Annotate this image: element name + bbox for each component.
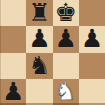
square-r3c1[interactable] — [26, 79, 52, 105]
square-r2c2[interactable] — [53, 53, 79, 79]
square-r2c1[interactable]: ♞ — [26, 53, 52, 79]
square-r1c0[interactable] — [0, 26, 26, 52]
square-r0c0[interactable] — [0, 0, 26, 26]
square-r1c3[interactable]: ♟ — [79, 26, 105, 52]
square-r2c3[interactable] — [79, 53, 105, 79]
square-r1c1[interactable]: ♟ — [26, 26, 52, 52]
square-r3c3[interactable] — [79, 79, 105, 105]
square-r3c2[interactable]: ♞♘ — [53, 79, 79, 105]
white-knight[interactable]: ♞♘ — [53, 79, 79, 105]
square-r1c2[interactable]: ♟ — [53, 26, 79, 52]
square-r2c0[interactable] — [0, 53, 26, 79]
black-knight[interactable]: ♞ — [28, 53, 50, 79]
black-pawn[interactable]: ♟ — [54, 26, 76, 52]
black-pawn[interactable]: ♟ — [2, 79, 24, 105]
black-king[interactable]: ♚ — [54, 0, 76, 26]
black-pawn[interactable]: ♟ — [28, 26, 50, 52]
square-r0c1[interactable]: ♜ — [26, 0, 52, 26]
chess-board: ♜♚♟♟♟♞♟♞♘ — [0, 0, 105, 105]
black-pawn[interactable]: ♟ — [81, 26, 103, 52]
square-r0c3[interactable] — [79, 0, 105, 26]
square-r3c0[interactable]: ♟ — [0, 79, 26, 105]
black-rook[interactable]: ♜ — [28, 0, 50, 26]
white-knight-outline: ♘ — [53, 79, 79, 105]
square-r0c2[interactable]: ♚ — [53, 0, 79, 26]
